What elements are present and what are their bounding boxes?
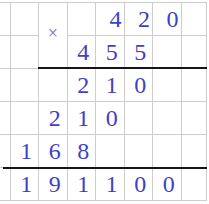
digit-cell-r4c2: 2 — [39, 102, 68, 135]
digit-cell-r1c5: 2 — [125, 3, 154, 36]
empty-cell-r2c6 — [153, 36, 182, 69]
digit-cell-r6c2: 9 — [39, 168, 68, 201]
empty-cell-r5c4 — [96, 135, 125, 168]
empty-cell-r5c7 — [182, 135, 208, 168]
empty-cell-r1c1 — [11, 3, 40, 36]
empty-cell-r4c1 — [11, 102, 40, 135]
empty-cell-r2c1 — [11, 36, 40, 69]
digit-cell-r4c3: 1 — [68, 102, 97, 135]
digit-cell-r2c5: 5 — [125, 36, 154, 69]
digit-cell-r2c4: 5 — [96, 36, 125, 69]
digit-cell-r6c3: 1 — [68, 168, 97, 201]
worksheet-grid: ×420455210210168191100 — [0, 2, 207, 201]
empty-cell-r5c6 — [153, 135, 182, 168]
empty-cell-r3c6 — [153, 69, 182, 102]
empty-cell-r4c7 — [182, 102, 208, 135]
digit-cell-r6c1: 1 — [11, 168, 40, 201]
digit-cell-r6c4: 1 — [96, 168, 125, 201]
multiplication-worksheet: ×420455210210168191100 — [0, 0, 209, 204]
partial-products-rule-line — [38, 67, 207, 69]
digit-cell-r4c4: 0 — [96, 102, 125, 135]
empty-cell-r1c7 — [182, 3, 208, 36]
digit-cell-r6c5: 0 — [125, 168, 154, 201]
margin-cell-r2 — [0, 36, 11, 69]
margin-cell-r5 — [0, 135, 11, 168]
multiply-operator-cell: × — [39, 3, 68, 69]
digit-cell-r5c3: 8 — [68, 135, 97, 168]
empty-cell-r4c5 — [125, 102, 154, 135]
digit-cell-r1c6: 0 — [153, 3, 182, 36]
empty-cell-r5c5 — [125, 135, 154, 168]
margin-cell-r1 — [0, 3, 11, 36]
digit-cell-r2c3: 4 — [68, 36, 97, 69]
digit-cell-r5c2: 6 — [39, 135, 68, 168]
empty-cell-r1c3 — [68, 3, 97, 36]
empty-cell-r3c2 — [39, 69, 68, 102]
digit-cell-r3c3: 2 — [68, 69, 97, 102]
empty-cell-r3c7 — [182, 69, 208, 102]
digit-cell-r3c5: 0 — [125, 69, 154, 102]
empty-cell-r3c1 — [11, 69, 40, 102]
margin-cell-r6 — [0, 168, 11, 201]
empty-cell-r2c7 — [182, 36, 208, 69]
result-rule-line — [3, 167, 207, 169]
digit-cell-r5c1: 1 — [11, 135, 40, 168]
digit-cell-r6c6: 0 — [153, 168, 182, 201]
empty-cell-r4c6 — [153, 102, 182, 135]
margin-cell-r3 — [0, 69, 11, 102]
digit-cell-r1c4: 4 — [96, 3, 125, 36]
margin-cell-r4 — [0, 102, 11, 135]
empty-cell-r6c7 — [182, 168, 208, 201]
digit-cell-r3c4: 1 — [96, 69, 125, 102]
